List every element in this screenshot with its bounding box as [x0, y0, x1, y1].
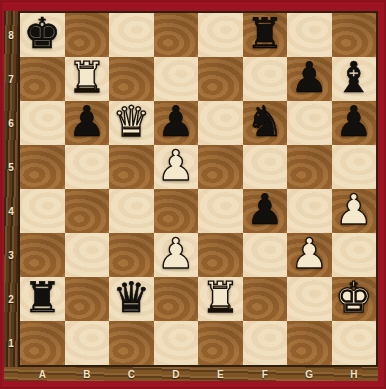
piece-white-king: ♚ [335, 276, 373, 320]
square-g7[interactable]: ♟ [287, 57, 332, 101]
square-a8[interactable]: ♚ [20, 13, 65, 57]
square-b3[interactable] [65, 233, 110, 277]
square-g4[interactable] [287, 189, 332, 233]
square-c5[interactable] [109, 145, 154, 189]
square-h6[interactable]: ♟ [332, 101, 377, 145]
square-f5[interactable] [243, 145, 288, 189]
square-e3[interactable] [198, 233, 243, 277]
square-f3[interactable] [243, 233, 288, 277]
square-h4[interactable]: ♟ [332, 189, 377, 233]
piece-black-pawn: ♟ [335, 100, 373, 144]
file-label-b: B [65, 367, 110, 381]
square-c1[interactable] [109, 321, 154, 365]
square-b7[interactable]: ♜ [65, 57, 110, 101]
square-e4[interactable] [198, 189, 243, 233]
square-d1[interactable] [154, 321, 199, 365]
square-e5[interactable] [198, 145, 243, 189]
square-e7[interactable] [198, 57, 243, 101]
board-inner: 87654321 ♚♜♜♟♝♟♛♟♞♟♟♟♟♟♟♜♛♜♚ ABCDEFGH [4, 11, 378, 381]
square-h3[interactable] [332, 233, 377, 277]
piece-black-rook: ♜ [23, 276, 61, 320]
rank-label-5: 5 [4, 145, 18, 189]
square-h8[interactable] [332, 13, 377, 57]
square-g2[interactable] [287, 277, 332, 321]
square-f8[interactable]: ♜ [243, 13, 288, 57]
square-a5[interactable] [20, 145, 65, 189]
square-d5[interactable]: ♟ [154, 145, 199, 189]
piece-black-bishop: ♝ [335, 56, 373, 100]
square-e8[interactable] [198, 13, 243, 57]
square-d4[interactable] [154, 189, 199, 233]
piece-black-pawn: ♟ [68, 100, 106, 144]
square-f1[interactable] [243, 321, 288, 365]
square-g3[interactable]: ♟ [287, 233, 332, 277]
file-label-e: E [198, 367, 243, 381]
rank-label-7: 7 [4, 57, 18, 101]
square-d2[interactable] [154, 277, 199, 321]
square-e6[interactable] [198, 101, 243, 145]
square-b6[interactable]: ♟ [65, 101, 110, 145]
piece-black-pawn: ♟ [157, 100, 195, 144]
square-h1[interactable] [332, 321, 377, 365]
file-label-h: H [332, 367, 377, 381]
piece-white-rook: ♜ [201, 276, 239, 320]
square-g8[interactable] [287, 13, 332, 57]
square-d3[interactable]: ♟ [154, 233, 199, 277]
piece-black-knight: ♞ [246, 100, 284, 144]
square-b2[interactable] [65, 277, 110, 321]
square-c8[interactable] [109, 13, 154, 57]
square-a3[interactable] [20, 233, 65, 277]
square-e2[interactable]: ♜ [198, 277, 243, 321]
piece-black-king: ♚ [23, 12, 61, 56]
square-b5[interactable] [65, 145, 110, 189]
square-b1[interactable] [65, 321, 110, 365]
square-f7[interactable] [243, 57, 288, 101]
square-b8[interactable] [65, 13, 110, 57]
chess-board-frame: 87654321 ♚♜♜♟♝♟♛♟♞♟♟♟♟♟♟♜♛♜♚ ABCDEFGH [0, 0, 386, 389]
square-h5[interactable] [332, 145, 377, 189]
square-g6[interactable] [287, 101, 332, 145]
square-f6[interactable]: ♞ [243, 101, 288, 145]
chess-board[interactable]: ♚♜♜♟♝♟♛♟♞♟♟♟♟♟♟♜♛♜♚ [18, 11, 378, 367]
piece-white-pawn: ♟ [157, 232, 195, 276]
square-c7[interactable] [109, 57, 154, 101]
square-g5[interactable] [287, 145, 332, 189]
square-d7[interactable] [154, 57, 199, 101]
rank-label-2: 2 [4, 277, 18, 321]
rank-label-1: 1 [4, 321, 18, 365]
rank-label-4: 4 [4, 189, 18, 233]
file-label-a: A [20, 367, 65, 381]
square-c4[interactable] [109, 189, 154, 233]
square-g1[interactable] [287, 321, 332, 365]
square-e1[interactable] [198, 321, 243, 365]
piece-black-pawn: ♟ [246, 188, 284, 232]
square-f2[interactable] [243, 277, 288, 321]
piece-white-rook: ♜ [68, 56, 106, 100]
square-a7[interactable] [20, 57, 65, 101]
piece-white-pawn: ♟ [157, 144, 195, 188]
square-a2[interactable]: ♜ [20, 277, 65, 321]
rank-label-3: 3 [4, 233, 18, 277]
square-d6[interactable]: ♟ [154, 101, 199, 145]
rank-label-8: 8 [4, 13, 18, 57]
file-label-rail: ABCDEFGH [4, 367, 378, 381]
square-h7[interactable]: ♝ [332, 57, 377, 101]
piece-black-pawn: ♟ [290, 56, 328, 100]
square-d8[interactable] [154, 13, 199, 57]
square-c3[interactable] [109, 233, 154, 277]
square-b4[interactable] [65, 189, 110, 233]
square-c6[interactable]: ♛ [109, 101, 154, 145]
square-a6[interactable] [20, 101, 65, 145]
square-f4[interactable]: ♟ [243, 189, 288, 233]
piece-black-queen: ♛ [112, 276, 150, 320]
file-label-c: C [109, 367, 154, 381]
piece-white-pawn: ♟ [335, 188, 373, 232]
file-label-f: F [243, 367, 288, 381]
piece-black-rook: ♜ [246, 12, 284, 56]
rank-label-6: 6 [4, 101, 18, 145]
file-label-g: G [287, 367, 332, 381]
square-a1[interactable] [20, 321, 65, 365]
piece-white-pawn: ♟ [290, 232, 328, 276]
rank-label-rail: 87654321 [4, 11, 18, 367]
square-c2[interactable]: ♛ [109, 277, 154, 321]
piece-white-queen: ♛ [112, 100, 150, 144]
square-h2[interactable]: ♚ [332, 277, 377, 321]
square-a4[interactable] [20, 189, 65, 233]
file-label-d: D [154, 367, 199, 381]
file-labels-row: ABCDEFGH [20, 367, 376, 381]
